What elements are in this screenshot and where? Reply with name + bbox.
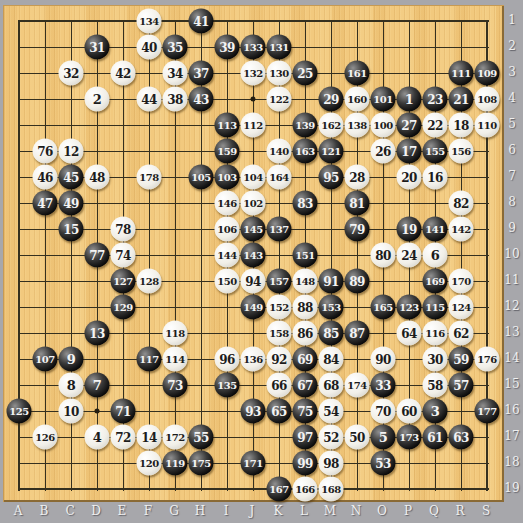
stone-black-move-103[interactable]: 103 (215, 165, 240, 190)
move-number: 90 (375, 352, 391, 366)
stone-white-move-8[interactable]: 8 (59, 373, 84, 398)
stone-black-move-161[interactable]: 161 (345, 61, 370, 86)
row-label-7: 7 (508, 169, 516, 183)
move-number: 125 (9, 406, 28, 417)
move-number: 159 (217, 146, 236, 157)
star-point (95, 409, 100, 414)
move-number: 108 (477, 94, 496, 105)
move-number: 171 (243, 458, 262, 469)
stone-black-move-41[interactable]: 41 (189, 9, 214, 34)
row-label-15: 15 (504, 377, 519, 391)
move-number: 55 (193, 430, 209, 444)
stone-white-move-152[interactable]: 152 (267, 295, 292, 320)
row-label-4: 4 (508, 91, 516, 105)
stone-white-move-78[interactable]: 78 (111, 217, 136, 242)
stone-white-move-80[interactable]: 80 (371, 243, 396, 268)
stone-white-move-40[interactable]: 40 (137, 35, 162, 60)
stone-white-move-114[interactable]: 114 (163, 347, 188, 372)
stone-black-move-101[interactable]: 101 (371, 87, 396, 112)
stone-black-move-145[interactable]: 145 (241, 217, 266, 242)
move-number: 94 (245, 274, 261, 288)
stone-white-move-24[interactable]: 24 (397, 243, 422, 268)
stone-black-move-143[interactable]: 143 (241, 243, 266, 268)
move-number: 85 (323, 326, 339, 340)
stone-white-move-158[interactable]: 158 (267, 321, 292, 346)
stone-white-move-98[interactable]: 98 (319, 451, 344, 476)
stone-black-move-139[interactable]: 139 (293, 113, 318, 138)
stone-white-move-176[interactable]: 176 (475, 347, 500, 372)
move-number: 99 (297, 456, 313, 470)
stone-white-move-34[interactable]: 34 (163, 61, 188, 86)
stone-black-move-135[interactable]: 135 (215, 373, 240, 398)
stone-black-move-141[interactable]: 141 (423, 217, 448, 242)
move-number: 39 (219, 40, 235, 54)
move-number: 128 (139, 276, 158, 287)
move-number: 14 (141, 430, 157, 444)
stone-black-move-27[interactable]: 27 (397, 113, 422, 138)
stone-black-move-131[interactable]: 131 (267, 35, 292, 60)
move-number: 163 (295, 146, 314, 157)
stone-white-move-146[interactable]: 146 (215, 191, 240, 216)
stone-black-move-35[interactable]: 35 (163, 35, 188, 60)
stone-white-move-162[interactable]: 162 (319, 113, 344, 138)
stone-white-move-168[interactable]: 168 (319, 477, 344, 502)
stone-white-move-116[interactable]: 116 (423, 321, 448, 346)
stone-white-move-178[interactable]: 178 (137, 165, 162, 190)
stone-white-move-108[interactable]: 108 (475, 87, 500, 112)
stone-black-move-95[interactable]: 95 (319, 165, 344, 190)
row-label-16: 16 (504, 403, 519, 417)
move-number: 17 (401, 144, 417, 158)
stone-white-move-72[interactable]: 72 (111, 425, 136, 450)
move-number: 170 (451, 276, 470, 287)
move-number: 166 (295, 484, 314, 495)
move-number: 40 (141, 40, 157, 54)
stone-black-move-89[interactable]: 89 (345, 269, 370, 294)
row-label-1: 1 (508, 13, 516, 27)
stone-white-move-134[interactable]: 134 (137, 9, 162, 34)
move-number: 19 (401, 222, 417, 236)
move-number: 151 (295, 250, 314, 261)
move-number: 6 (431, 248, 440, 263)
stone-white-move-174[interactable]: 174 (345, 373, 370, 398)
stone-black-move-73[interactable]: 73 (163, 373, 188, 398)
stone-black-move-81[interactable]: 81 (345, 191, 370, 216)
stone-white-move-22[interactable]: 22 (423, 113, 448, 138)
stone-white-move-26[interactable]: 26 (371, 139, 396, 164)
move-number: 120 (139, 458, 158, 469)
move-number: 68 (323, 378, 339, 392)
stone-black-move-63[interactable]: 63 (449, 425, 474, 450)
move-number: 81 (349, 196, 365, 210)
stone-white-move-52[interactable]: 52 (319, 425, 344, 450)
move-number: 115 (425, 302, 444, 313)
stone-black-move-127[interactable]: 127 (111, 269, 136, 294)
col-label-B: B (40, 504, 49, 518)
move-number: 50 (349, 430, 365, 444)
stone-white-move-136[interactable]: 136 (241, 347, 266, 372)
stone-white-move-172[interactable]: 172 (163, 425, 188, 450)
stone-black-move-115[interactable]: 115 (423, 295, 448, 320)
row-label-18: 18 (504, 455, 519, 469)
move-number: 80 (375, 248, 391, 262)
stone-white-move-86[interactable]: 86 (293, 321, 318, 346)
move-number: 106 (217, 224, 236, 235)
stone-white-move-16[interactable]: 16 (423, 165, 448, 190)
stone-white-move-90[interactable]: 90 (371, 347, 396, 372)
stone-black-move-171[interactable]: 171 (241, 451, 266, 476)
stone-black-move-57[interactable]: 57 (449, 373, 474, 398)
move-number: 131 (269, 42, 288, 53)
goban[interactable]: 1344131403539133131324234371321302516111… (3, 5, 504, 502)
stone-white-move-148[interactable]: 148 (293, 269, 318, 294)
move-number: 144 (217, 250, 236, 261)
stone-black-move-169[interactable]: 169 (423, 269, 448, 294)
col-label-S: S (482, 504, 490, 518)
stone-black-move-113[interactable]: 113 (215, 113, 240, 138)
move-number: 177 (477, 406, 496, 417)
stone-black-move-83[interactable]: 83 (293, 191, 318, 216)
move-number: 66 (271, 378, 287, 392)
stone-white-move-110[interactable]: 110 (475, 113, 500, 138)
stone-white-move-76[interactable]: 76 (33, 139, 58, 164)
stone-black-move-53[interactable]: 53 (371, 451, 396, 476)
move-number: 76 (37, 144, 53, 158)
move-number: 32 (63, 66, 79, 80)
move-number: 123 (399, 302, 418, 313)
move-number: 133 (243, 42, 262, 53)
move-number: 10 (63, 404, 79, 418)
stone-white-move-54[interactable]: 54 (319, 399, 344, 424)
move-number: 172 (165, 432, 184, 443)
stone-black-move-37[interactable]: 37 (189, 61, 214, 86)
row-label-12: 12 (504, 299, 519, 313)
stone-white-move-104[interactable]: 104 (241, 165, 266, 190)
stone-white-move-130[interactable]: 130 (267, 61, 292, 86)
stone-black-move-1[interactable]: 1 (397, 87, 422, 112)
stone-white-move-106[interactable]: 106 (215, 217, 240, 242)
stone-white-move-112[interactable]: 112 (241, 113, 266, 138)
stone-black-move-13[interactable]: 13 (85, 321, 110, 346)
stone-white-move-48[interactable]: 48 (85, 165, 110, 190)
stone-white-move-60[interactable]: 60 (397, 399, 422, 424)
move-number: 135 (217, 380, 236, 391)
stone-white-move-44[interactable]: 44 (137, 87, 162, 112)
stone-white-move-164[interactable]: 164 (267, 165, 292, 190)
move-number: 112 (243, 120, 262, 131)
move-number: 107 (35, 354, 54, 365)
stone-black-move-29[interactable]: 29 (319, 87, 344, 112)
stone-black-move-5[interactable]: 5 (371, 425, 396, 450)
move-number: 113 (217, 120, 236, 131)
stone-white-move-4[interactable]: 4 (85, 425, 110, 450)
stone-black-move-167[interactable]: 167 (267, 477, 292, 502)
stone-black-move-33[interactable]: 33 (371, 373, 396, 398)
stone-black-move-91[interactable]: 91 (319, 269, 344, 294)
move-number: 121 (321, 146, 340, 157)
stone-black-move-67[interactable]: 67 (293, 373, 318, 398)
row-label-17: 17 (504, 429, 519, 443)
move-number: 103 (217, 172, 236, 183)
move-number: 105 (191, 172, 210, 183)
stone-black-move-163[interactable]: 163 (293, 139, 318, 164)
stone-black-move-117[interactable]: 117 (137, 347, 162, 372)
move-number: 140 (269, 146, 288, 157)
stone-white-move-32[interactable]: 32 (59, 61, 84, 86)
stone-black-move-77[interactable]: 77 (85, 243, 110, 268)
move-number: 28 (349, 170, 365, 184)
stone-white-move-166[interactable]: 166 (293, 477, 318, 502)
stone-black-move-121[interactable]: 121 (319, 139, 344, 164)
move-number: 18 (453, 118, 469, 132)
move-number: 12 (63, 144, 79, 158)
move-number: 111 (451, 68, 470, 79)
stone-black-move-17[interactable]: 17 (397, 139, 422, 164)
stone-black-move-43[interactable]: 43 (189, 87, 214, 112)
stone-white-move-64[interactable]: 64 (397, 321, 422, 346)
move-number: 83 (297, 196, 313, 210)
move-number: 72 (115, 430, 131, 444)
row-label-19: 19 (504, 481, 519, 495)
move-number: 149 (243, 302, 262, 313)
stone-black-move-9[interactable]: 9 (59, 347, 84, 372)
move-number: 129 (113, 302, 132, 313)
stone-white-move-120[interactable]: 120 (137, 451, 162, 476)
move-number: 98 (323, 456, 339, 470)
stone-white-move-30[interactable]: 30 (423, 347, 448, 372)
move-number: 44 (141, 92, 157, 106)
stone-black-move-157[interactable]: 157 (267, 269, 292, 294)
stone-white-move-74[interactable]: 74 (111, 243, 136, 268)
stone-black-move-61[interactable]: 61 (423, 425, 448, 450)
stone-white-move-50[interactable]: 50 (345, 425, 370, 450)
stone-black-move-165[interactable]: 165 (371, 295, 396, 320)
stone-black-move-111[interactable]: 111 (449, 61, 474, 86)
stone-black-move-173[interactable]: 173 (397, 425, 422, 450)
stone-black-move-19[interactable]: 19 (397, 217, 422, 242)
move-number: 116 (425, 328, 444, 339)
stone-black-move-25[interactable]: 25 (293, 61, 318, 86)
stone-black-move-177[interactable]: 177 (475, 399, 500, 424)
stone-white-move-170[interactable]: 170 (449, 269, 474, 294)
stone-white-move-6[interactable]: 6 (423, 243, 448, 268)
stone-black-move-105[interactable]: 105 (189, 165, 214, 190)
stone-black-move-97[interactable]: 97 (293, 425, 318, 450)
stone-black-move-87[interactable]: 87 (345, 321, 370, 346)
stone-black-move-151[interactable]: 151 (293, 243, 318, 268)
stone-white-move-12[interactable]: 12 (59, 139, 84, 164)
stone-black-move-71[interactable]: 71 (111, 399, 136, 424)
stone-white-move-96[interactable]: 96 (215, 347, 240, 372)
stone-white-move-138[interactable]: 138 (345, 113, 370, 138)
stone-black-move-125[interactable]: 125 (7, 399, 32, 424)
col-label-K: K (274, 504, 283, 518)
stone-white-move-68[interactable]: 68 (319, 373, 344, 398)
stone-black-move-149[interactable]: 149 (241, 295, 266, 320)
row-label-8: 8 (508, 195, 516, 209)
stone-black-move-109[interactable]: 109 (475, 61, 500, 86)
stone-black-move-59[interactable]: 59 (449, 347, 474, 372)
move-number: 62 (453, 326, 469, 340)
stone-white-move-42[interactable]: 42 (111, 61, 136, 86)
star-point (251, 97, 256, 102)
row-label-5: 5 (508, 117, 516, 131)
move-number: 21 (453, 92, 469, 106)
grid-line-vertical (45, 21, 46, 491)
move-number: 122 (269, 94, 288, 105)
col-label-M: M (324, 504, 336, 518)
stone-white-move-142[interactable]: 142 (449, 217, 474, 242)
stone-white-move-156[interactable]: 156 (449, 139, 474, 164)
move-number: 34 (167, 66, 183, 80)
stone-white-move-144[interactable]: 144 (215, 243, 240, 268)
move-number: 20 (401, 170, 417, 184)
stone-black-move-129[interactable]: 129 (111, 295, 136, 320)
move-number: 168 (321, 484, 340, 495)
stone-white-move-92[interactable]: 92 (267, 347, 292, 372)
stone-white-move-2[interactable]: 2 (85, 87, 110, 112)
col-label-Q: Q (429, 504, 439, 518)
stone-white-move-20[interactable]: 20 (397, 165, 422, 190)
move-number: 49 (63, 196, 79, 210)
move-number: 22 (427, 118, 443, 132)
move-number: 136 (243, 354, 262, 365)
stone-white-move-102[interactable]: 102 (241, 191, 266, 216)
row-label-2: 2 (508, 39, 516, 53)
move-number: 73 (167, 378, 183, 392)
move-number: 167 (269, 484, 288, 495)
stone-white-move-100[interactable]: 100 (371, 113, 396, 138)
stone-white-move-62[interactable]: 62 (449, 321, 474, 346)
row-label-6: 6 (508, 143, 516, 157)
stone-black-move-65[interactable]: 65 (267, 399, 292, 424)
stone-white-move-18[interactable]: 18 (449, 113, 474, 138)
stone-white-move-122[interactable]: 122 (267, 87, 292, 112)
stone-black-move-75[interactable]: 75 (293, 399, 318, 424)
row-label-3: 3 (508, 65, 516, 79)
move-number: 59 (453, 352, 469, 366)
move-number: 164 (269, 172, 288, 183)
stone-black-move-21[interactable]: 21 (449, 87, 474, 112)
move-number: 58 (427, 378, 443, 392)
col-label-I: I (224, 504, 229, 518)
stone-black-move-79[interactable]: 79 (345, 217, 370, 242)
move-number: 146 (217, 198, 236, 209)
move-number: 100 (373, 120, 392, 131)
stone-black-move-55[interactable]: 55 (189, 425, 214, 450)
stone-black-move-7[interactable]: 7 (85, 373, 110, 398)
stone-black-move-133[interactable]: 133 (241, 35, 266, 60)
stone-black-move-85[interactable]: 85 (319, 321, 344, 346)
stone-black-move-123[interactable]: 123 (397, 295, 422, 320)
stone-white-move-70[interactable]: 70 (371, 399, 396, 424)
move-number: 158 (269, 328, 288, 339)
stone-black-move-69[interactable]: 69 (293, 347, 318, 372)
stone-white-move-88[interactable]: 88 (293, 295, 318, 320)
move-number: 156 (451, 146, 470, 157)
stone-black-move-93[interactable]: 93 (241, 399, 266, 424)
stone-black-move-39[interactable]: 39 (215, 35, 240, 60)
move-number: 91 (323, 274, 339, 288)
stone-black-move-47[interactable]: 47 (33, 191, 58, 216)
move-number: 79 (349, 222, 365, 236)
grid-line-horizontal (18, 488, 489, 490)
stone-black-move-107[interactable]: 107 (33, 347, 58, 372)
stone-white-move-140[interactable]: 140 (267, 139, 292, 164)
move-number: 110 (477, 120, 496, 131)
stone-white-move-132[interactable]: 132 (241, 61, 266, 86)
stone-white-move-82[interactable]: 82 (449, 191, 474, 216)
move-number: 26 (375, 144, 391, 158)
stone-black-move-119[interactable]: 119 (163, 451, 188, 476)
move-number: 54 (323, 404, 339, 418)
stone-white-move-14[interactable]: 14 (137, 425, 162, 450)
move-number: 71 (115, 404, 131, 418)
stone-black-move-15[interactable]: 15 (59, 217, 84, 242)
stone-white-move-38[interactable]: 38 (163, 87, 188, 112)
stone-white-move-128[interactable]: 128 (137, 269, 162, 294)
stone-white-move-66[interactable]: 66 (267, 373, 292, 398)
stone-black-move-155[interactable]: 155 (423, 139, 448, 164)
move-number: 77 (89, 248, 105, 262)
move-number: 25 (297, 66, 313, 80)
move-number: 64 (401, 326, 417, 340)
stone-white-move-10[interactable]: 10 (59, 399, 84, 424)
stone-black-move-45[interactable]: 45 (59, 165, 84, 190)
move-number: 5 (379, 430, 388, 445)
stone-black-move-49[interactable]: 49 (59, 191, 84, 216)
stone-black-move-31[interactable]: 31 (85, 35, 110, 60)
stone-black-move-3[interactable]: 3 (423, 399, 448, 424)
stone-white-move-160[interactable]: 160 (345, 87, 370, 112)
move-number: 15 (63, 222, 79, 236)
stone-black-move-159[interactable]: 159 (215, 139, 240, 164)
move-number: 65 (271, 404, 287, 418)
move-number: 114 (165, 354, 184, 365)
move-number: 41 (193, 14, 209, 28)
stone-white-move-58[interactable]: 58 (423, 373, 448, 398)
stone-black-move-23[interactable]: 23 (423, 87, 448, 112)
stone-white-move-118[interactable]: 118 (163, 321, 188, 346)
move-number: 142 (451, 224, 470, 235)
stone-white-move-46[interactable]: 46 (33, 165, 58, 190)
move-number: 145 (243, 224, 262, 235)
move-number: 118 (165, 328, 184, 339)
stone-black-move-137[interactable]: 137 (267, 217, 292, 242)
stone-white-move-94[interactable]: 94 (241, 269, 266, 294)
stone-black-move-175[interactable]: 175 (189, 451, 214, 476)
stone-white-move-28[interactable]: 28 (345, 165, 370, 190)
stone-black-move-153[interactable]: 153 (319, 295, 344, 320)
stone-white-move-126[interactable]: 126 (33, 425, 58, 450)
move-number: 132 (243, 68, 262, 79)
stone-white-move-84[interactable]: 84 (319, 347, 344, 372)
stone-white-move-124[interactable]: 124 (449, 295, 474, 320)
move-number: 93 (245, 404, 261, 418)
move-number: 174 (347, 380, 366, 391)
row-label-10: 10 (504, 247, 519, 261)
move-number: 148 (295, 276, 314, 287)
move-number: 74 (115, 248, 131, 262)
move-number: 69 (297, 352, 313, 366)
stone-black-move-99[interactable]: 99 (293, 451, 318, 476)
col-label-O: O (377, 504, 387, 518)
move-number: 7 (93, 378, 102, 393)
move-number: 127 (113, 276, 132, 287)
stone-white-move-150[interactable]: 150 (215, 269, 240, 294)
move-number: 176 (477, 354, 496, 365)
row-label-11: 11 (504, 273, 519, 287)
